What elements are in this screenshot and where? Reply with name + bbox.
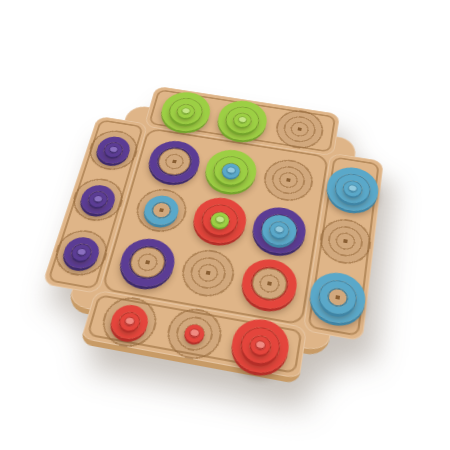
tray-green-slot-1[interactable]	[156, 88, 215, 135]
tray-red-slot-3[interactable]	[226, 313, 294, 378]
piece-purple-large[interactable]	[144, 138, 204, 187]
tray-red-slot-2[interactable]	[160, 302, 229, 366]
grid-slot-r1-c2[interactable]	[248, 203, 310, 259]
piece-purple-large[interactable]	[115, 235, 180, 291]
tray-green-slot-3[interactable]	[271, 105, 329, 153]
product-photo-canvas	[0, 0, 450, 450]
grid-slot-r0-c0[interactable]	[143, 137, 205, 188]
piece-red-large[interactable]	[238, 255, 300, 312]
tray-red-slot-1[interactable]	[94, 291, 164, 354]
grid-slot-r2-c2[interactable]	[237, 254, 302, 314]
slot-engraving	[315, 213, 376, 269]
grid-slot-r1-c0[interactable]	[129, 184, 193, 238]
slot-engraving	[258, 155, 318, 207]
grid-slot-r1-c1[interactable]	[188, 193, 251, 248]
tray-blue-slot-3[interactable]	[306, 268, 370, 329]
slot-engraving	[271, 105, 329, 153]
tray-blue-slot-2[interactable]	[315, 213, 376, 269]
tray-purple-slot-1[interactable]	[82, 126, 145, 176]
grid-slot-r0-c2[interactable]	[258, 155, 318, 207]
tray-green-slot-2[interactable]	[213, 97, 272, 145]
grid-slot-r0-c1[interactable]	[200, 146, 261, 197]
grid-cell-r2-c2[interactable]	[233, 251, 305, 317]
tray-blue-slot-1[interactable]	[323, 163, 382, 216]
grid-slot-r2-c0[interactable]	[114, 234, 181, 292]
grid-cell-r2-c1[interactable]	[171, 241, 244, 306]
grid-slot-r2-c1[interactable]	[175, 244, 241, 303]
otrio-board	[0, 61, 411, 424]
slot-engraving	[175, 244, 241, 303]
